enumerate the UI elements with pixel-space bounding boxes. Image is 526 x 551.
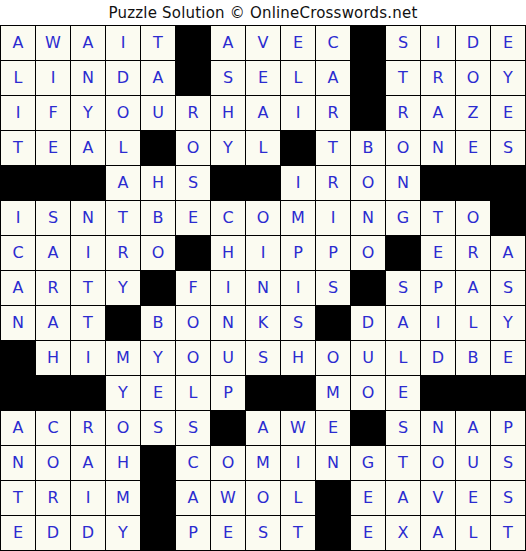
letter-cell: E (316, 411, 351, 446)
letter-cell: S (386, 271, 421, 306)
block-cell (246, 166, 281, 201)
letter-cell: R (386, 96, 421, 131)
block-cell (421, 376, 456, 411)
block-cell (176, 236, 211, 271)
page-title: Puzzle Solution © OnlineCrosswords.net (0, 0, 526, 25)
block-cell (141, 446, 176, 481)
letter-cell: L (176, 376, 211, 411)
block-cell (316, 481, 351, 516)
letter-cell: T (71, 306, 106, 341)
letter-cell: Y (141, 341, 176, 376)
block-cell (351, 26, 386, 61)
letter-cell: K (246, 306, 281, 341)
letter-cell: E (351, 516, 386, 551)
letter-cell: S (246, 516, 281, 551)
letter-cell: I (421, 306, 456, 341)
letter-cell: Y (491, 306, 526, 341)
letter-cell: B (141, 201, 176, 236)
letter-cell: S (281, 306, 316, 341)
block-cell (106, 306, 141, 341)
letter-cell: T (386, 446, 421, 481)
letter-cell: A (71, 446, 106, 481)
letter-cell: N (386, 166, 421, 201)
block-cell (71, 376, 106, 411)
letter-cell: C (36, 411, 71, 446)
letter-cell: A (106, 166, 141, 201)
block-cell (386, 236, 421, 271)
letter-cell: P (316, 236, 351, 271)
block-cell (316, 306, 351, 341)
letter-cell: F (176, 271, 211, 306)
letter-cell: S (491, 271, 526, 306)
letter-cell: R (71, 411, 106, 446)
letter-cell: U (351, 341, 386, 376)
letter-cell: M (316, 376, 351, 411)
letter-cell: A (386, 481, 421, 516)
letter-cell: T (491, 516, 526, 551)
letter-cell: S (491, 481, 526, 516)
letter-cell: A (176, 481, 211, 516)
letter-cell: U (141, 96, 176, 131)
letter-cell: Y (211, 131, 246, 166)
block-cell (316, 516, 351, 551)
letter-cell: O (351, 236, 386, 271)
letter-cell: R (316, 96, 351, 131)
letter-cell: Y (491, 61, 526, 96)
letter-cell: E (491, 341, 526, 376)
crossword-board: AWAITAVECSIDELINDASELATROYIFYOURHAIRRAZE… (0, 25, 526, 551)
block-cell (1, 376, 36, 411)
letter-cell: E (421, 236, 456, 271)
letter-cell: I (281, 446, 316, 481)
letter-cell: S (176, 166, 211, 201)
letter-cell: C (316, 26, 351, 61)
letter-cell: A (246, 96, 281, 131)
letter-cell: R (36, 481, 71, 516)
letter-cell: L (456, 516, 491, 551)
letter-cell: S (386, 411, 421, 446)
letter-cell: S (176, 411, 211, 446)
letter-cell: L (1, 61, 36, 96)
letter-cell: B (456, 341, 491, 376)
letter-cell: A (421, 516, 456, 551)
letter-cell: P (281, 236, 316, 271)
block-cell (211, 411, 246, 446)
block-cell (456, 376, 491, 411)
letter-cell: H (141, 166, 176, 201)
letter-cell: A (386, 306, 421, 341)
block-cell (351, 61, 386, 96)
letter-cell: A (141, 61, 176, 96)
letter-cell: B (351, 131, 386, 166)
block-cell (36, 166, 71, 201)
letter-cell: R (456, 236, 491, 271)
block-cell (141, 131, 176, 166)
letter-cell: E (456, 131, 491, 166)
letter-cell: P (421, 271, 456, 306)
letter-cell: S (141, 411, 176, 446)
letter-cell: O (176, 131, 211, 166)
letter-cell: O (211, 446, 246, 481)
letter-cell: U (211, 341, 246, 376)
letter-cell: I (211, 271, 246, 306)
letter-cell: M (106, 341, 141, 376)
letter-cell: E (141, 376, 176, 411)
letter-cell: D (351, 306, 386, 341)
letter-cell: L (246, 131, 281, 166)
letter-cell: N (351, 201, 386, 236)
letter-cell: W (211, 481, 246, 516)
letter-cell: F (36, 96, 71, 131)
letter-cell: O (386, 131, 421, 166)
letter-cell: M (106, 481, 141, 516)
letter-cell: I (421, 26, 456, 61)
letter-cell: D (421, 341, 456, 376)
letter-cell: I (36, 61, 71, 96)
letter-cell: O (246, 201, 281, 236)
letter-cell: O (456, 61, 491, 96)
letter-cell: M (281, 201, 316, 236)
letter-cell: H (36, 341, 71, 376)
letter-cell: A (36, 236, 71, 271)
letter-cell: D (71, 516, 106, 551)
letter-cell: T (106, 201, 141, 236)
letter-cell: I (281, 96, 316, 131)
letter-cell: O (176, 306, 211, 341)
letter-cell: S (316, 271, 351, 306)
letter-cell: N (1, 306, 36, 341)
letter-cell: H (211, 236, 246, 271)
letter-cell: H (281, 341, 316, 376)
letter-cell: E (281, 26, 316, 61)
letter-cell: G (386, 201, 421, 236)
letter-cell: I (71, 236, 106, 271)
letter-cell: Y (71, 96, 106, 131)
letter-cell: B (141, 306, 176, 341)
letter-cell: I (1, 96, 36, 131)
letter-cell: U (456, 446, 491, 481)
letter-cell: N (316, 446, 351, 481)
letter-cell: X (386, 516, 421, 551)
block-cell (491, 166, 526, 201)
letter-cell: Y (106, 516, 141, 551)
letter-cell: O (176, 341, 211, 376)
letter-cell: O (351, 166, 386, 201)
letter-cell: S (491, 131, 526, 166)
letter-cell: E (351, 481, 386, 516)
letter-cell: I (71, 341, 106, 376)
letter-cell: O (246, 481, 281, 516)
letter-cell: E (1, 516, 36, 551)
letter-cell: N (246, 271, 281, 306)
block-cell (351, 271, 386, 306)
block-cell (176, 26, 211, 61)
letter-cell: L (456, 306, 491, 341)
letter-cell: I (1, 201, 36, 236)
letter-cell: C (1, 236, 36, 271)
block-cell (1, 166, 36, 201)
letter-cell: A (1, 411, 36, 446)
letter-cell: E (491, 96, 526, 131)
letter-cell: O (456, 201, 491, 236)
letter-cell: N (421, 131, 456, 166)
letter-cell: D (106, 61, 141, 96)
block-cell (1, 341, 36, 376)
letter-cell: E (456, 481, 491, 516)
letter-cell: S (36, 201, 71, 236)
letter-cell: S (211, 61, 246, 96)
letter-cell: Y (106, 271, 141, 306)
block-cell (141, 481, 176, 516)
letter-cell: E (36, 131, 71, 166)
letter-cell: R (106, 236, 141, 271)
letter-cell: T (281, 516, 316, 551)
letter-cell: A (71, 131, 106, 166)
block-cell (176, 61, 211, 96)
letter-cell: Y (106, 376, 141, 411)
letter-cell: A (36, 306, 71, 341)
letter-cell: T (386, 61, 421, 96)
letter-cell: R (421, 61, 456, 96)
letter-cell: T (421, 201, 456, 236)
letter-cell: T (141, 26, 176, 61)
letter-cell: I (316, 201, 351, 236)
letter-cell: V (421, 481, 456, 516)
letter-cell: L (106, 131, 141, 166)
letter-cell: O (141, 236, 176, 271)
letter-cell: O (106, 411, 141, 446)
block-cell (351, 96, 386, 131)
letter-cell: N (71, 201, 106, 236)
block-cell (246, 376, 281, 411)
block-cell (36, 376, 71, 411)
letter-cell: H (106, 446, 141, 481)
letter-cell: E (176, 201, 211, 236)
letter-cell: N (1, 446, 36, 481)
letter-cell: R (36, 271, 71, 306)
letter-cell: L (281, 481, 316, 516)
block-cell (421, 166, 456, 201)
letter-cell: C (176, 446, 211, 481)
block-cell (281, 131, 316, 166)
letter-cell: N (71, 61, 106, 96)
letter-cell: C (211, 201, 246, 236)
letter-cell: I (71, 481, 106, 516)
letter-cell: A (71, 26, 106, 61)
block-cell (141, 271, 176, 306)
letter-cell: M (246, 446, 281, 481)
block-cell (456, 166, 491, 201)
letter-cell: N (421, 411, 456, 446)
letter-cell: P (211, 376, 246, 411)
letter-cell: S (386, 26, 421, 61)
letter-cell: I (246, 236, 281, 271)
block-cell (141, 516, 176, 551)
letter-cell: P (176, 516, 211, 551)
letter-cell: T (1, 481, 36, 516)
letter-cell: R (176, 96, 211, 131)
block-cell (71, 166, 106, 201)
letter-cell: H (211, 96, 246, 131)
letter-cell: O (421, 446, 456, 481)
letter-cell: L (386, 341, 421, 376)
letter-cell: E (491, 26, 526, 61)
letter-cell: S (246, 341, 281, 376)
letter-cell: T (71, 271, 106, 306)
letter-cell: E (386, 376, 421, 411)
letter-cell: I (281, 166, 316, 201)
letter-cell: W (36, 26, 71, 61)
letter-cell: T (1, 131, 36, 166)
letter-cell: L (281, 61, 316, 96)
letter-cell: I (106, 26, 141, 61)
letter-cell: O (36, 446, 71, 481)
letter-cell: G (351, 446, 386, 481)
letter-cell: E (246, 61, 281, 96)
letter-cell: O (106, 96, 141, 131)
letter-cell: E (211, 516, 246, 551)
letter-cell: I (281, 271, 316, 306)
letter-cell: A (211, 26, 246, 61)
letter-cell: A (316, 61, 351, 96)
letter-cell: A (421, 96, 456, 131)
letter-cell: O (316, 341, 351, 376)
letter-cell: A (491, 236, 526, 271)
letter-cell: D (36, 516, 71, 551)
letter-cell: A (1, 26, 36, 61)
letter-cell: W (281, 411, 316, 446)
letter-cell: A (456, 271, 491, 306)
letter-cell: S (491, 446, 526, 481)
block-cell (211, 166, 246, 201)
block-cell (351, 411, 386, 446)
letter-cell: D (456, 26, 491, 61)
letter-cell: T (316, 131, 351, 166)
letter-cell: A (246, 411, 281, 446)
block-cell (491, 201, 526, 236)
letter-cell: A (1, 271, 36, 306)
letter-cell: A (456, 411, 491, 446)
block-cell (281, 376, 316, 411)
block-cell (491, 376, 526, 411)
letter-cell: N (211, 306, 246, 341)
letter-cell: P (491, 411, 526, 446)
letter-cell: V (246, 26, 281, 61)
letter-cell: Z (456, 96, 491, 131)
letter-cell: R (316, 166, 351, 201)
letter-cell: O (351, 376, 386, 411)
